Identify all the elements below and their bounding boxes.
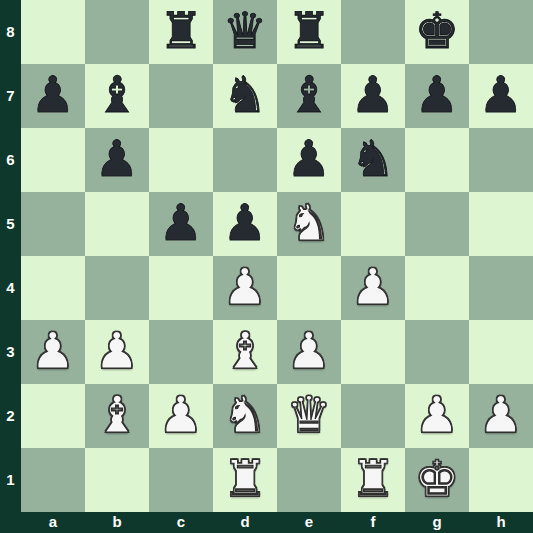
square-g2[interactable]: ♟ (405, 384, 469, 448)
square-e2[interactable]: ♛ (277, 384, 341, 448)
square-b4[interactable] (85, 256, 149, 320)
square-d2[interactable]: ♞ (213, 384, 277, 448)
chess-board-frame: 87654321 ♜♛♜♚♟♝♞♝♟♟♟♟♟♞♟♟♞♟♟♟♟♝♟♝♟♞♛♟♟♜♜… (0, 0, 533, 533)
square-h4[interactable] (469, 256, 533, 320)
square-f8[interactable] (341, 0, 405, 64)
piece-black-queen-d8[interactable]: ♛ (213, 0, 277, 64)
piece-black-bishop-e7[interactable]: ♝ (277, 64, 341, 128)
square-b1[interactable] (85, 448, 149, 512)
piece-white-rook-d1[interactable]: ♜ (213, 448, 277, 512)
square-g1[interactable]: ♚ (405, 448, 469, 512)
square-f2[interactable] (341, 384, 405, 448)
square-d6[interactable] (213, 128, 277, 192)
file-label-h: h (469, 512, 533, 533)
file-label-d: d (213, 512, 277, 533)
piece-white-knight-e5[interactable]: ♞ (277, 192, 341, 256)
square-a1[interactable] (21, 448, 85, 512)
square-b2[interactable]: ♝ (85, 384, 149, 448)
square-b8[interactable] (85, 0, 149, 64)
square-f4[interactable]: ♟ (341, 256, 405, 320)
square-c6[interactable] (149, 128, 213, 192)
square-g7[interactable]: ♟ (405, 64, 469, 128)
square-f7[interactable]: ♟ (341, 64, 405, 128)
square-c1[interactable] (149, 448, 213, 512)
piece-white-pawn-a3[interactable]: ♟ (21, 320, 85, 384)
piece-white-knight-d2[interactable]: ♞ (213, 384, 277, 448)
square-h2[interactable]: ♟ (469, 384, 533, 448)
piece-white-pawn-c2[interactable]: ♟ (149, 384, 213, 448)
square-h6[interactable] (469, 128, 533, 192)
piece-black-pawn-c5[interactable]: ♟ (149, 192, 213, 256)
square-d3[interactable]: ♝ (213, 320, 277, 384)
square-e7[interactable]: ♝ (277, 64, 341, 128)
square-a3[interactable]: ♟ (21, 320, 85, 384)
file-label-a: a (21, 512, 85, 533)
piece-black-king-g8[interactable]: ♚ (405, 0, 469, 64)
square-d5[interactable]: ♟ (213, 192, 277, 256)
file-label-b: b (85, 512, 149, 533)
square-b7[interactable]: ♝ (85, 64, 149, 128)
square-b6[interactable]: ♟ (85, 128, 149, 192)
piece-black-knight-d7[interactable]: ♞ (213, 64, 277, 128)
piece-white-queen-e2[interactable]: ♛ (277, 384, 341, 448)
square-g3[interactable] (405, 320, 469, 384)
square-f5[interactable] (341, 192, 405, 256)
square-d7[interactable]: ♞ (213, 64, 277, 128)
piece-black-pawn-g7[interactable]: ♟ (405, 64, 469, 128)
square-a4[interactable] (21, 256, 85, 320)
piece-black-knight-f6[interactable]: ♞ (341, 128, 405, 192)
file-label-c: c (149, 512, 213, 533)
square-a6[interactable] (21, 128, 85, 192)
square-h8[interactable] (469, 0, 533, 64)
file-label-g: g (405, 512, 469, 533)
piece-white-pawn-g2[interactable]: ♟ (405, 384, 469, 448)
square-a8[interactable] (21, 0, 85, 64)
rank-label-5: 5 (0, 192, 21, 256)
square-d4[interactable]: ♟ (213, 256, 277, 320)
square-e4[interactable] (277, 256, 341, 320)
piece-black-rook-c8[interactable]: ♜ (149, 0, 213, 64)
square-e6[interactable]: ♟ (277, 128, 341, 192)
rank-label-1: 1 (0, 448, 21, 512)
piece-white-pawn-e3[interactable]: ♟ (277, 320, 341, 384)
piece-black-rook-e8[interactable]: ♜ (277, 0, 341, 64)
square-c8[interactable]: ♜ (149, 0, 213, 64)
rank-label-4: 4 (0, 256, 21, 320)
piece-white-pawn-f4[interactable]: ♟ (341, 256, 405, 320)
piece-black-pawn-f7[interactable]: ♟ (341, 64, 405, 128)
square-f3[interactable] (341, 320, 405, 384)
square-b5[interactable] (85, 192, 149, 256)
piece-black-pawn-b6[interactable]: ♟ (85, 128, 149, 192)
square-e8[interactable]: ♜ (277, 0, 341, 64)
piece-white-king-g1[interactable]: ♚ (405, 448, 469, 512)
piece-white-pawn-b3[interactable]: ♟ (85, 320, 149, 384)
piece-black-pawn-a7[interactable]: ♟ (21, 64, 85, 128)
square-h1[interactable] (469, 448, 533, 512)
square-h5[interactable] (469, 192, 533, 256)
square-g6[interactable] (405, 128, 469, 192)
rank-label-3: 3 (0, 320, 21, 384)
rank-labels: 87654321 (0, 0, 21, 512)
square-a2[interactable] (21, 384, 85, 448)
piece-white-bishop-b2[interactable]: ♝ (85, 384, 149, 448)
square-h7[interactable]: ♟ (469, 64, 533, 128)
file-label-f: f (341, 512, 405, 533)
chess-board[interactable]: ♜♛♜♚♟♝♞♝♟♟♟♟♟♞♟♟♞♟♟♟♟♝♟♝♟♞♛♟♟♜♜♚ (21, 0, 533, 512)
square-c2[interactable]: ♟ (149, 384, 213, 448)
piece-white-bishop-d3[interactable]: ♝ (213, 320, 277, 384)
rank-label-2: 2 (0, 384, 21, 448)
piece-white-pawn-d4[interactable]: ♟ (213, 256, 277, 320)
piece-black-pawn-h7[interactable]: ♟ (469, 64, 533, 128)
square-e1[interactable] (277, 448, 341, 512)
piece-white-pawn-h2[interactable]: ♟ (469, 384, 533, 448)
piece-black-pawn-e6[interactable]: ♟ (277, 128, 341, 192)
square-g5[interactable] (405, 192, 469, 256)
file-labels: abcdefgh (21, 512, 533, 533)
square-e5[interactable]: ♞ (277, 192, 341, 256)
rank-label-8: 8 (0, 0, 21, 64)
square-c5[interactable]: ♟ (149, 192, 213, 256)
square-h3[interactable] (469, 320, 533, 384)
square-f6[interactable]: ♞ (341, 128, 405, 192)
square-e3[interactable]: ♟ (277, 320, 341, 384)
square-a7[interactable]: ♟ (21, 64, 85, 128)
square-g8[interactable]: ♚ (405, 0, 469, 64)
square-c3[interactable] (149, 320, 213, 384)
square-b3[interactable]: ♟ (85, 320, 149, 384)
rank-label-6: 6 (0, 128, 21, 192)
square-c7[interactable] (149, 64, 213, 128)
square-c4[interactable] (149, 256, 213, 320)
square-d1[interactable]: ♜ (213, 448, 277, 512)
square-g4[interactable] (405, 256, 469, 320)
file-label-e: e (277, 512, 341, 533)
piece-white-rook-f1[interactable]: ♜ (341, 448, 405, 512)
rank-label-7: 7 (0, 64, 21, 128)
piece-black-bishop-b7[interactable]: ♝ (85, 64, 149, 128)
square-d8[interactable]: ♛ (213, 0, 277, 64)
square-f1[interactable]: ♜ (341, 448, 405, 512)
square-a5[interactable] (21, 192, 85, 256)
piece-black-pawn-d5[interactable]: ♟ (213, 192, 277, 256)
